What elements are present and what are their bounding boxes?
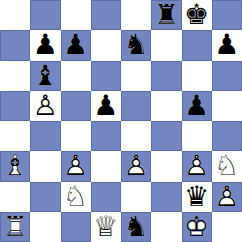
square-h7[interactable]: ♟♟ xyxy=(212,30,242,60)
piece-glyph-body: ♟ xyxy=(212,30,242,60)
square-g8[interactable]: ♚♚ xyxy=(182,0,212,30)
square-c3[interactable]: ♟♙ xyxy=(61,151,91,181)
square-h3[interactable]: ♞♘ xyxy=(212,151,242,181)
square-g6[interactable] xyxy=(182,61,212,91)
black-queen: ♛♛ xyxy=(182,182,212,212)
square-f6[interactable] xyxy=(151,61,181,91)
piece-glyph-body: ♜ xyxy=(151,0,181,30)
square-c8[interactable] xyxy=(61,0,91,30)
square-h6[interactable] xyxy=(212,61,242,91)
square-g1[interactable]: ♚♔ xyxy=(182,212,212,242)
square-b2[interactable] xyxy=(30,182,60,212)
white-bishop: ♝♗ xyxy=(0,151,30,181)
white-pawn: ♟♙ xyxy=(30,91,60,121)
square-d2[interactable] xyxy=(91,182,121,212)
white-knight: ♞♘ xyxy=(212,151,242,181)
square-d7[interactable] xyxy=(91,30,121,60)
square-g2[interactable]: ♛♛ xyxy=(182,182,212,212)
square-b7[interactable]: ♟♟ xyxy=(30,30,60,60)
white-knight: ♞♘ xyxy=(61,182,91,212)
square-a2[interactable] xyxy=(0,182,30,212)
black-pawn: ♟♟ xyxy=(30,30,60,60)
square-e8[interactable] xyxy=(121,0,151,30)
piece-glyph-outline: ♙ xyxy=(61,151,91,181)
piece-glyph-body: ♟ xyxy=(91,91,121,121)
chess-board: ♜♜♚♚♟♟♟♟♞♞♟♟♝♝♟♙♟♟♟♟♝♗♟♙♟♙♟♙♞♘♞♘♛♛♟♙♜♖♛♕… xyxy=(0,0,242,242)
square-a1[interactable]: ♜♖ xyxy=(0,212,30,242)
piece-glyph-outline: ♕ xyxy=(91,212,121,242)
piece-glyph-body: ♞ xyxy=(121,30,151,60)
square-g3[interactable]: ♟♙ xyxy=(182,151,212,181)
piece-glyph-outline: ♘ xyxy=(212,151,242,181)
square-f7[interactable] xyxy=(151,30,181,60)
square-a4[interactable] xyxy=(0,121,30,151)
square-a7[interactable] xyxy=(0,30,30,60)
square-e3[interactable]: ♟♙ xyxy=(121,151,151,181)
square-a3[interactable]: ♝♗ xyxy=(0,151,30,181)
piece-glyph-outline: ♙ xyxy=(121,151,151,181)
white-pawn: ♟♙ xyxy=(61,151,91,181)
square-e2[interactable] xyxy=(121,182,151,212)
piece-glyph-body: ♟ xyxy=(30,30,60,60)
black-rook: ♜♜ xyxy=(151,0,181,30)
piece-glyph-body: ♚ xyxy=(182,0,212,30)
square-d5[interactable]: ♟♟ xyxy=(91,91,121,121)
black-pawn: ♟♟ xyxy=(182,91,212,121)
square-d3[interactable] xyxy=(91,151,121,181)
white-king: ♚♔ xyxy=(182,212,212,242)
square-e1[interactable]: ♞♞ xyxy=(121,212,151,242)
piece-glyph-outline: ♔ xyxy=(182,212,212,242)
piece-glyph-body: ♝ xyxy=(30,61,60,91)
black-king: ♚♚ xyxy=(182,0,212,30)
square-b6[interactable]: ♝♝ xyxy=(30,61,60,91)
white-queen: ♛♕ xyxy=(91,212,121,242)
black-pawn: ♟♟ xyxy=(61,30,91,60)
piece-glyph-outline: ♘ xyxy=(61,182,91,212)
black-knight: ♞♞ xyxy=(121,30,151,60)
square-a5[interactable] xyxy=(0,91,30,121)
square-h5[interactable] xyxy=(212,91,242,121)
square-c1[interactable] xyxy=(61,212,91,242)
black-bishop: ♝♝ xyxy=(30,61,60,91)
square-c7[interactable]: ♟♟ xyxy=(61,30,91,60)
square-e4[interactable] xyxy=(121,121,151,151)
square-a8[interactable] xyxy=(0,0,30,30)
white-rook: ♜♖ xyxy=(0,212,30,242)
square-h2[interactable]: ♟♙ xyxy=(212,182,242,212)
square-f3[interactable] xyxy=(151,151,181,181)
square-c5[interactable] xyxy=(61,91,91,121)
square-d1[interactable]: ♛♕ xyxy=(91,212,121,242)
piece-glyph-outline: ♙ xyxy=(212,182,242,212)
square-f2[interactable] xyxy=(151,182,181,212)
square-g4[interactable] xyxy=(182,121,212,151)
piece-glyph-body: ♛ xyxy=(182,182,212,212)
square-g7[interactable] xyxy=(182,30,212,60)
white-pawn: ♟♙ xyxy=(121,151,151,181)
square-f1[interactable] xyxy=(151,212,181,242)
piece-glyph-outline: ♗ xyxy=(0,151,30,181)
piece-glyph-body: ♟ xyxy=(182,91,212,121)
piece-glyph-body: ♟ xyxy=(61,30,91,60)
square-c4[interactable] xyxy=(61,121,91,151)
square-f4[interactable] xyxy=(151,121,181,151)
white-pawn: ♟♙ xyxy=(182,151,212,181)
square-e6[interactable] xyxy=(121,61,151,91)
square-b5[interactable]: ♟♙ xyxy=(30,91,60,121)
square-c6[interactable] xyxy=(61,61,91,91)
square-b1[interactable] xyxy=(30,212,60,242)
square-e7[interactable]: ♞♞ xyxy=(121,30,151,60)
square-f5[interactable] xyxy=(151,91,181,121)
square-b8[interactable] xyxy=(30,0,60,30)
square-d8[interactable] xyxy=(91,0,121,30)
white-pawn: ♟♙ xyxy=(212,182,242,212)
square-c2[interactable]: ♞♘ xyxy=(61,182,91,212)
square-a6[interactable] xyxy=(0,61,30,91)
square-h4[interactable] xyxy=(212,121,242,151)
black-pawn: ♟♟ xyxy=(91,91,121,121)
black-knight: ♞♞ xyxy=(121,212,151,242)
piece-glyph-outline: ♖ xyxy=(0,212,30,242)
square-h1[interactable] xyxy=(212,212,242,242)
square-d6[interactable] xyxy=(91,61,121,91)
square-b3[interactable] xyxy=(30,151,60,181)
piece-glyph-body: ♞ xyxy=(121,212,151,242)
square-e5[interactable] xyxy=(121,91,151,121)
black-pawn: ♟♟ xyxy=(212,30,242,60)
square-g5[interactable]: ♟♟ xyxy=(182,91,212,121)
square-f8[interactable]: ♜♜ xyxy=(151,0,181,30)
square-h8[interactable] xyxy=(212,0,242,30)
piece-glyph-outline: ♙ xyxy=(182,151,212,181)
square-d4[interactable] xyxy=(91,121,121,151)
square-b4[interactable] xyxy=(30,121,60,151)
piece-glyph-outline: ♙ xyxy=(30,91,60,121)
